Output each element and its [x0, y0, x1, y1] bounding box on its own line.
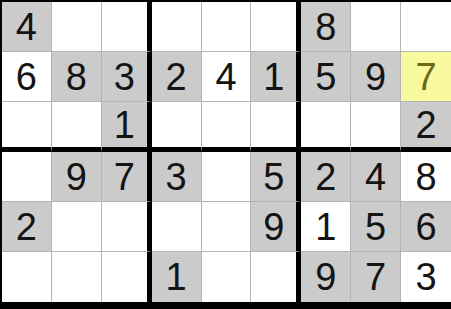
cell-r6c7[interactable]: 9 [301, 252, 351, 302]
cell-r1c5[interactable] [202, 2, 252, 52]
cell-r2c9[interactable]: 7 [401, 52, 451, 102]
cell-r2c6[interactable]: 1 [251, 52, 301, 102]
cell-r6c2[interactable] [52, 252, 102, 302]
cell-r3c6[interactable] [251, 102, 301, 152]
cell-r2c2[interactable]: 8 [52, 52, 102, 102]
cell-r4c2[interactable]: 9 [52, 152, 102, 202]
cell-r1c2[interactable] [52, 2, 102, 52]
cell-r6c8[interactable]: 7 [351, 252, 401, 302]
cell-r3c9[interactable]: 2 [401, 102, 451, 152]
cell-r4c8[interactable]: 4 [351, 152, 401, 202]
cell-r4c1[interactable] [2, 152, 52, 202]
cell-r6c1[interactable] [2, 252, 52, 302]
cell-r6c3[interactable] [102, 252, 152, 302]
cell-r6c4[interactable]: 1 [152, 252, 202, 302]
cell-r1c1[interactable]: 4 [2, 2, 52, 52]
cell-r4c3[interactable]: 7 [102, 152, 152, 202]
cell-r2c7[interactable]: 5 [301, 52, 351, 102]
cell-r3c7[interactable] [301, 102, 351, 152]
cell-r4c6[interactable]: 5 [251, 152, 301, 202]
cell-r1c8[interactable] [351, 2, 401, 52]
cell-r5c2[interactable] [52, 202, 102, 252]
cell-r2c3[interactable]: 3 [102, 52, 152, 102]
cell-r4c5[interactable] [202, 152, 252, 202]
cell-r3c5[interactable] [202, 102, 252, 152]
cell-r3c8[interactable] [351, 102, 401, 152]
cell-r3c4[interactable] [152, 102, 202, 152]
cell-r5c9[interactable]: 6 [401, 202, 451, 252]
cell-r5c5[interactable] [202, 202, 252, 252]
cell-r1c7[interactable]: 8 [301, 2, 351, 52]
cell-r5c3[interactable] [102, 202, 152, 252]
sudoku-board: 48683241597129735248291561973 [0, 0, 451, 309]
cell-r1c3[interactable] [102, 2, 152, 52]
cell-r1c6[interactable] [251, 2, 301, 52]
cell-r2c1[interactable]: 6 [2, 52, 52, 102]
cell-r2c4[interactable]: 2 [152, 52, 202, 102]
cell-r3c2[interactable] [52, 102, 102, 152]
cell-r2c8[interactable]: 9 [351, 52, 401, 102]
cell-r4c7[interactable]: 2 [301, 152, 351, 202]
cell-r5c1[interactable]: 2 [2, 202, 52, 252]
cell-r5c4[interactable] [152, 202, 202, 252]
cell-r1c4[interactable] [152, 2, 202, 52]
cell-r4c4[interactable]: 3 [152, 152, 202, 202]
cell-r5c6[interactable]: 9 [251, 202, 301, 252]
cell-r6c5[interactable] [202, 252, 252, 302]
cell-r1c9[interactable] [401, 2, 451, 52]
cell-r5c7[interactable]: 1 [301, 202, 351, 252]
cell-r3c1[interactable] [2, 102, 52, 152]
cell-r6c9[interactable]: 3 [401, 252, 451, 302]
cell-r2c5[interactable]: 4 [202, 52, 252, 102]
cell-r4c9[interactable]: 8 [401, 152, 451, 202]
cell-r3c3[interactable]: 1 [102, 102, 152, 152]
cell-r6c6[interactable] [251, 252, 301, 302]
cell-r5c8[interactable]: 5 [351, 202, 401, 252]
